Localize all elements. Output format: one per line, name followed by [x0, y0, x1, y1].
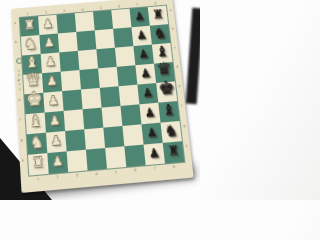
- coord-label: 2: [50, 174, 64, 179]
- piece-black-pawn-d7: ♟: [140, 67, 151, 79]
- square-a4: [75, 12, 95, 32]
- square-e7: ♟: [137, 83, 158, 104]
- square-f6: [120, 104, 141, 126]
- piece-black-pawn-e7: ♟: [142, 86, 154, 98]
- coord-label: d: [174, 59, 180, 73]
- square-g6: [122, 124, 143, 146]
- piece-white-pawn-c2: ♟: [45, 56, 56, 68]
- piece-black-rook-h8: ♜: [167, 144, 181, 159]
- square-c2: ♟: [41, 52, 61, 73]
- piece-black-pawn-h7: ♟: [148, 147, 160, 160]
- piece-black-pawn-f7: ♟: [144, 106, 156, 118]
- square-d8: ♛: [154, 62, 175, 83]
- coord-label: a: [12, 16, 17, 30]
- square-d1: ♛: [23, 73, 43, 94]
- square-h1: ♜: [28, 153, 49, 175]
- board-brand-text: CHESS: [15, 69, 22, 92]
- square-d4: [79, 68, 99, 89]
- square-c5: [96, 48, 116, 69]
- brand-logo-icon: [15, 58, 22, 65]
- square-b2: ♟: [39, 33, 59, 54]
- coord-label: e: [17, 92, 22, 107]
- square-d5: [98, 67, 119, 88]
- coord-label: h: [184, 138, 190, 153]
- square-e1: ♚: [24, 93, 44, 114]
- square-f2: ♟: [45, 111, 66, 133]
- square-d7: ♟: [135, 64, 156, 85]
- square-c4: [78, 49, 98, 70]
- chess-board: 12345678 abcdefgh CHESS ♜♟♟♜♞♟♟♞♝♟♟♝♛♟♟♛…: [11, 0, 194, 193]
- coord-label: 1: [31, 176, 45, 181]
- piece-white-pawn-h2: ♟: [52, 155, 63, 168]
- square-d3: [61, 70, 81, 91]
- piece-black-knight-g8: ♞: [163, 122, 178, 138]
- square-e2: ♟: [43, 91, 63, 112]
- piece-white-pawn-b2: ♟: [44, 37, 55, 49]
- square-g4: [84, 128, 105, 150]
- coord-label: g: [181, 118, 187, 133]
- square-h6: [124, 145, 145, 167]
- square-d6: [117, 65, 138, 86]
- piece-white-knight-b1: ♞: [24, 36, 38, 51]
- square-e3: [62, 89, 82, 110]
- square-f3: [64, 109, 85, 131]
- square-g7: ♟: [141, 123, 162, 145]
- board-grid: ♜♟♟♜♞♟♟♞♝♟♟♝♛♟♟♛♚♟♟♚♝♟♟♝♞♟♟♞♜♟♟♜: [19, 5, 186, 177]
- square-e8: ♚: [156, 81, 177, 102]
- square-a5: [93, 10, 113, 30]
- coord-label: 6: [128, 167, 142, 172]
- square-c7: ♟: [133, 45, 154, 66]
- piece-black-queen-d8: ♛: [156, 60, 173, 78]
- coord-label: 5: [109, 169, 123, 174]
- coord-label: e: [176, 78, 182, 92]
- piece-black-bishop-f8: ♝: [161, 101, 176, 117]
- piece-white-bishop-c1: ♝: [25, 54, 39, 69]
- piece-white-rook-h1: ♜: [32, 156, 45, 171]
- square-f7: ♟: [139, 103, 160, 125]
- square-g8: ♞: [160, 121, 181, 143]
- background-edge-shadow: [186, 8, 200, 105]
- square-h7: ♟: [144, 143, 165, 165]
- square-h2: ♟: [47, 151, 68, 173]
- piece-white-pawn-e2: ♟: [48, 95, 59, 107]
- square-h4: [86, 148, 107, 170]
- square-b6: [113, 27, 133, 47]
- square-b3: [58, 32, 78, 52]
- square-b8: ♞: [150, 24, 171, 44]
- square-b5: [95, 29, 115, 49]
- piece-white-bishop-f1: ♝: [28, 112, 42, 128]
- square-a1: ♜: [20, 16, 40, 36]
- square-a8: ♜: [148, 6, 168, 26]
- square-b7: ♟: [131, 26, 151, 46]
- piece-white-rook-a1: ♜: [23, 19, 35, 32]
- square-f4: [83, 108, 104, 130]
- coord-label: 7: [147, 166, 161, 171]
- coord-label: h: [20, 153, 26, 168]
- piece-black-pawn-c7: ♟: [138, 48, 149, 60]
- square-h3: [67, 150, 88, 172]
- piece-black-bishop-c8: ♝: [155, 43, 170, 58]
- square-g5: [103, 126, 124, 148]
- square-c1: ♝: [22, 54, 42, 75]
- square-f8: ♝: [158, 101, 179, 123]
- square-h5: [105, 146, 126, 168]
- square-b4: [76, 30, 96, 50]
- coord-label: b: [13, 35, 18, 49]
- piece-black-rook-a8: ♜: [151, 8, 164, 21]
- coord-label: g: [19, 132, 24, 147]
- piece-white-pawn-f2: ♟: [49, 114, 60, 127]
- coord-label: 3: [70, 173, 84, 178]
- square-e5: [100, 86, 121, 107]
- piece-white-pawn-g2: ♟: [50, 135, 61, 148]
- coord-label: f: [179, 98, 185, 113]
- square-c6: [115, 46, 135, 67]
- piece-white-pawn-a2: ♟: [42, 18, 53, 30]
- piece-white-knight-g1: ♞: [30, 133, 44, 149]
- coord-label: c: [172, 40, 178, 54]
- square-g1: ♞: [27, 133, 48, 155]
- piece-white-queen-d1: ♛: [25, 71, 41, 89]
- square-e6: [119, 85, 140, 106]
- photo-canvas: { "game": "chess", "description": "Roll-…: [0, 0, 200, 200]
- square-f5: [102, 106, 123, 128]
- square-a2: ♟: [38, 15, 58, 35]
- piece-black-knight-b8: ♞: [153, 25, 167, 40]
- piece-black-pawn-a7: ♟: [134, 10, 145, 22]
- square-d2: ♟: [42, 72, 62, 93]
- coord-label: b: [170, 21, 176, 35]
- piece-black-pawn-g7: ♟: [146, 126, 158, 139]
- square-f1: ♝: [26, 113, 46, 135]
- coord-label: a: [168, 3, 174, 17]
- coord-label: f: [18, 112, 23, 127]
- coord-label: 4: [89, 171, 103, 176]
- piece-black-pawn-b7: ♟: [136, 29, 147, 41]
- square-a6: [111, 9, 131, 29]
- square-a7: ♟: [130, 7, 150, 27]
- square-h8: ♜: [163, 141, 185, 163]
- square-c8: ♝: [152, 43, 173, 64]
- square-g3: [65, 129, 86, 151]
- square-e4: [81, 88, 102, 109]
- square-g2: ♟: [46, 131, 67, 153]
- coord-label: 8: [167, 164, 181, 169]
- square-c3: [59, 51, 79, 72]
- piece-white-pawn-d2: ♟: [46, 75, 57, 87]
- square-b1: ♞: [21, 35, 41, 56]
- square-a3: [56, 13, 76, 33]
